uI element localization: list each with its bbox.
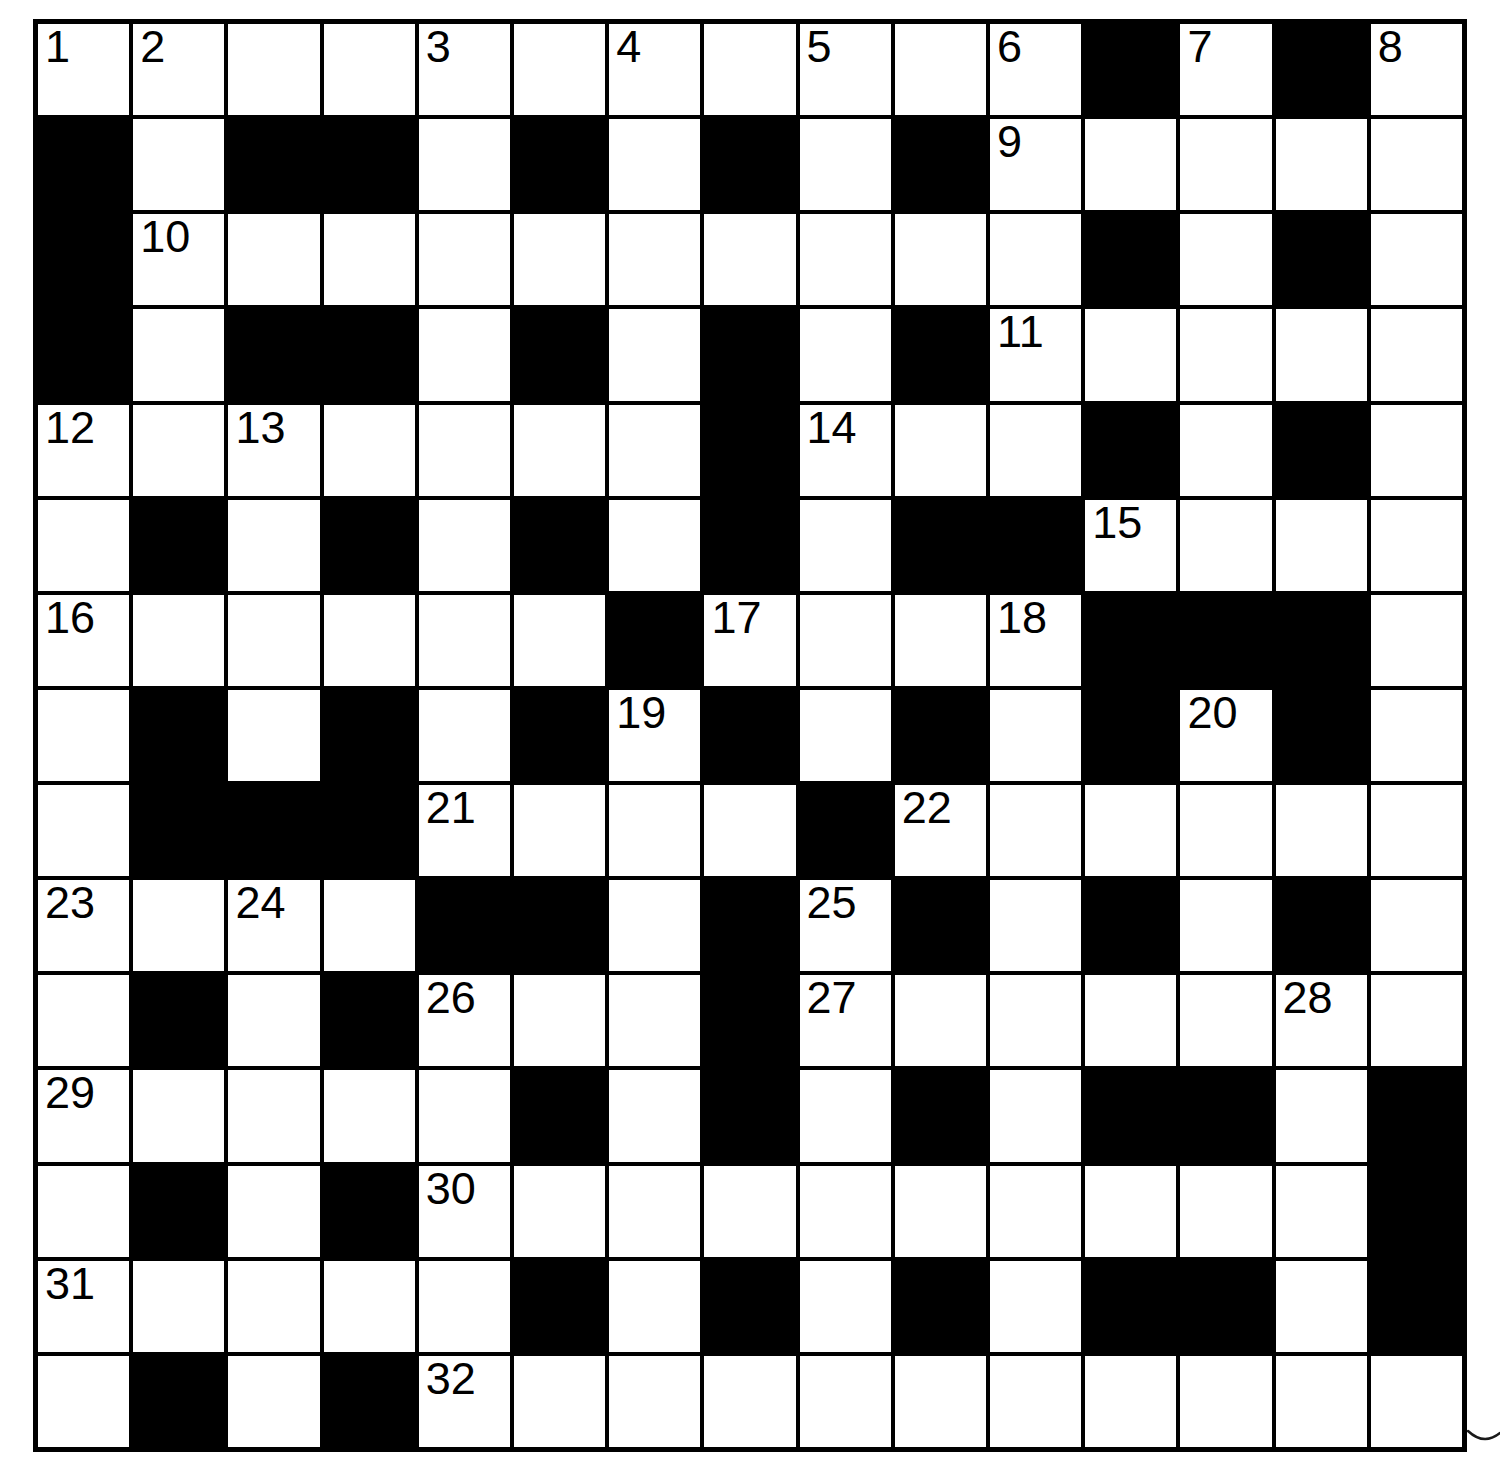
black-cell-r4c10 [895,309,986,400]
black-cell-r10c8 [704,880,795,971]
cell-r15c7[interactable] [609,1356,700,1447]
cell-r1c15[interactable]: 8 [1371,24,1462,115]
cell-r12c4[interactable] [324,1070,415,1161]
cell-r15c11[interactable] [990,1356,1081,1447]
cell-r3c5[interactable] [419,214,510,305]
cell-r11c1[interactable] [38,975,129,1066]
black-cell-r9c9 [800,785,891,876]
black-cell-r1c14 [1276,24,1367,115]
cell-r3c3[interactable] [228,214,319,305]
black-cell-r7c13 [1180,595,1271,686]
cell-r13c5[interactable]: 30 [419,1166,510,1257]
crossword-grid: 1234567891011121314151617181920212223242… [33,19,1467,1452]
cell-r2c13[interactable] [1180,119,1271,210]
cell-r6c14[interactable] [1276,500,1367,591]
cell-r15c1[interactable] [38,1356,129,1447]
cell-r3c8[interactable] [704,214,795,305]
cell-r11c12[interactable] [1085,975,1176,1066]
black-cell-r3c1 [38,214,129,305]
cell-r2c7[interactable] [609,119,700,210]
cell-r13c9[interactable] [800,1166,891,1257]
cell-r15c12[interactable] [1085,1356,1176,1447]
cell-r11c6[interactable] [514,975,605,1066]
cell-r11c7[interactable] [609,975,700,1066]
black-cell-r6c4 [324,500,415,591]
black-cell-r3c12 [1085,214,1176,305]
cell-r2c12[interactable] [1085,119,1176,210]
black-cell-r2c10 [895,119,986,210]
cell-r14c7[interactable] [609,1261,700,1352]
black-cell-r10c14 [1276,880,1367,971]
cell-r10c1[interactable]: 23 [38,880,129,971]
cell-r3c9[interactable] [800,214,891,305]
cell-r12c7[interactable] [609,1070,700,1161]
black-cell-r2c8 [704,119,795,210]
cell-r15c5[interactable]: 32 [419,1356,510,1447]
black-cell-r7c7 [609,595,700,686]
cell-r12c1[interactable]: 29 [38,1070,129,1161]
cell-r15c9[interactable] [800,1356,891,1447]
cell-r7c2[interactable] [133,595,224,686]
cell-r8c13[interactable]: 20 [1180,690,1271,781]
cell-r5c2[interactable] [133,405,224,496]
cell-r7c5[interactable] [419,595,510,686]
black-cell-r3c14 [1276,214,1367,305]
black-cell-r11c8 [704,975,795,1066]
clue-number-13: 13 [235,402,285,454]
cell-r7c11[interactable]: 18 [990,595,1081,686]
cell-r3c6[interactable] [514,214,605,305]
cell-r1c4[interactable] [324,24,415,115]
cell-r15c10[interactable] [895,1356,986,1447]
cell-r10c4[interactable] [324,880,415,971]
cell-r4c7[interactable] [609,309,700,400]
cell-r10c7[interactable] [609,880,700,971]
cell-r1c2[interactable]: 2 [133,24,224,115]
cell-r13c7[interactable] [609,1166,700,1257]
clue-number-22: 22 [902,782,952,834]
black-cell-r2c3 [228,119,319,210]
clue-number-10: 10 [140,211,190,263]
black-cell-r8c14 [1276,690,1367,781]
cell-r7c10[interactable] [895,595,986,686]
cell-r11c3[interactable] [228,975,319,1066]
cell-r5c3[interactable]: 13 [228,405,319,496]
cell-r13c8[interactable] [704,1166,795,1257]
cell-r5c4[interactable] [324,405,415,496]
clue-number-9: 9 [997,116,1022,168]
cell-r14c2[interactable] [133,1261,224,1352]
cell-r13c11[interactable] [990,1166,1081,1257]
cell-r7c8[interactable]: 17 [704,595,795,686]
cell-r5c7[interactable] [609,405,700,496]
cell-r8c1[interactable] [38,690,129,781]
cell-r9c15[interactable] [1371,785,1462,876]
cell-r3c15[interactable] [1371,214,1462,305]
cell-r4c2[interactable] [133,309,224,400]
black-cell-r4c4 [324,309,415,400]
black-cell-r14c8 [704,1261,795,1352]
clue-number-23: 23 [45,877,95,929]
cell-r15c3[interactable] [228,1356,319,1447]
cell-r14c14[interactable] [1276,1261,1367,1352]
black-cell-r4c6 [514,309,605,400]
cell-r5c11[interactable] [990,405,1081,496]
cell-r13c14[interactable] [1276,1166,1367,1257]
black-cell-r8c8 [704,690,795,781]
cell-r8c11[interactable] [990,690,1081,781]
black-cell-r2c1 [38,119,129,210]
cell-r3c7[interactable] [609,214,700,305]
cell-r11c10[interactable] [895,975,986,1066]
cell-r7c3[interactable] [228,595,319,686]
black-cell-r5c12 [1085,405,1176,496]
cell-r1c6[interactable] [514,24,605,115]
black-cell-r7c14 [1276,595,1367,686]
clue-number-15: 15 [1092,497,1142,549]
black-cell-r13c2 [133,1166,224,1257]
cell-r15c15[interactable] [1371,1356,1462,1447]
black-cell-r12c10 [895,1070,986,1161]
cell-r14c3[interactable] [228,1261,319,1352]
black-cell-r6c6 [514,500,605,591]
cell-r10c9[interactable]: 25 [800,880,891,971]
black-cell-r11c4 [324,975,415,1066]
clue-number-17: 17 [711,592,761,644]
cell-r5c10[interactable] [895,405,986,496]
cell-r4c12[interactable] [1085,309,1176,400]
cell-r14c9[interactable] [800,1261,891,1352]
black-cell-r6c11 [990,500,1081,591]
cell-r15c13[interactable] [1180,1356,1271,1447]
cell-r6c1[interactable] [38,500,129,591]
black-cell-r13c4 [324,1166,415,1257]
cell-r11c15[interactable] [1371,975,1462,1066]
cell-r3c2[interactable]: 10 [133,214,224,305]
clue-number-7: 7 [1187,21,1212,73]
black-cell-r12c13 [1180,1070,1271,1161]
cell-r1c3[interactable] [228,24,319,115]
cell-r12c2[interactable] [133,1070,224,1161]
clue-number-20: 20 [1187,687,1237,739]
cell-r6c7[interactable] [609,500,700,591]
clue-number-31: 31 [45,1258,95,1310]
cell-r11c5[interactable]: 26 [419,975,510,1066]
cell-r5c9[interactable]: 14 [800,405,891,496]
clue-number-29: 29 [45,1067,95,1119]
black-cell-r8c10 [895,690,986,781]
black-cell-r8c4 [324,690,415,781]
cell-r5c6[interactable] [514,405,605,496]
cell-r8c3[interactable] [228,690,319,781]
clue-number-12: 12 [45,402,95,454]
cell-r9c11[interactable] [990,785,1081,876]
cell-r15c8[interactable] [704,1356,795,1447]
cell-r2c5[interactable] [419,119,510,210]
cell-r14c5[interactable] [419,1261,510,1352]
cell-r13c13[interactable] [1180,1166,1271,1257]
black-cell-r8c2 [133,690,224,781]
black-cell-r9c2 [133,785,224,876]
cell-r6c15[interactable] [1371,500,1462,591]
cell-r11c11[interactable] [990,975,1081,1066]
cell-r11c9[interactable]: 27 [800,975,891,1066]
black-cell-r14c13 [1180,1261,1271,1352]
cell-r14c4[interactable] [324,1261,415,1352]
cell-r6c13[interactable] [1180,500,1271,591]
black-cell-r11c2 [133,975,224,1066]
clue-number-27: 27 [807,972,857,1024]
cell-r7c15[interactable] [1371,595,1462,686]
cell-r9c12[interactable] [1085,785,1176,876]
black-cell-r10c5 [419,880,510,971]
cell-r10c15[interactable] [1371,880,1462,971]
black-cell-r7c12 [1085,595,1176,686]
cell-r4c9[interactable] [800,309,891,400]
clue-number-21: 21 [426,782,476,834]
cell-r5c1[interactable]: 12 [38,405,129,496]
cell-r1c11[interactable]: 6 [990,24,1081,115]
cell-r1c13[interactable]: 7 [1180,24,1271,115]
cell-r9c10[interactable]: 22 [895,785,986,876]
cell-r1c7[interactable]: 4 [609,24,700,115]
cell-r13c3[interactable] [228,1166,319,1257]
black-cell-r12c8 [704,1070,795,1161]
cell-r13c10[interactable] [895,1166,986,1257]
cell-r9c6[interactable] [514,785,605,876]
cell-r4c13[interactable] [1180,309,1271,400]
cell-r13c1[interactable] [38,1166,129,1257]
black-cell-r8c6 [514,690,605,781]
black-cell-r9c3 [228,785,319,876]
cell-r8c15[interactable] [1371,690,1462,781]
cell-r8c9[interactable] [800,690,891,781]
cell-r1c8[interactable] [704,24,795,115]
black-cell-r2c4 [324,119,415,210]
cell-r1c9[interactable]: 5 [800,24,891,115]
clue-number-28: 28 [1283,972,1333,1024]
black-cell-r4c3 [228,309,319,400]
cell-r9c7[interactable] [609,785,700,876]
black-cell-r13c15 [1371,1166,1462,1257]
cell-r13c6[interactable] [514,1166,605,1257]
clue-number-24: 24 [235,877,285,929]
stray-curve-mark [1467,1427,1500,1445]
cell-r10c2[interactable] [133,880,224,971]
black-cell-r8c12 [1085,690,1176,781]
cell-r7c6[interactable] [514,595,605,686]
black-cell-r12c6 [514,1070,605,1161]
clue-number-26: 26 [426,972,476,1024]
cell-r9c5[interactable]: 21 [419,785,510,876]
cell-r8c5[interactable] [419,690,510,781]
clue-number-14: 14 [807,402,857,454]
cell-r3c4[interactable] [324,214,415,305]
cell-r15c6[interactable] [514,1356,605,1447]
cell-r2c15[interactable] [1371,119,1462,210]
black-cell-r15c4 [324,1356,415,1447]
cell-r14c1[interactable]: 31 [38,1261,129,1352]
cell-r14c11[interactable] [990,1261,1081,1352]
clue-number-16: 16 [45,592,95,644]
clue-number-1: 1 [45,21,70,73]
black-cell-r6c2 [133,500,224,591]
cell-r3c11[interactable] [990,214,1081,305]
black-cell-r5c14 [1276,405,1367,496]
cell-r4c11[interactable]: 11 [990,309,1081,400]
cell-r6c9[interactable] [800,500,891,591]
cell-r1c10[interactable] [895,24,986,115]
cell-r5c13[interactable] [1180,405,1271,496]
black-cell-r10c12 [1085,880,1176,971]
cell-r10c11[interactable] [990,880,1081,971]
cell-r4c15[interactable] [1371,309,1462,400]
black-cell-r6c8 [704,500,795,591]
cell-r2c9[interactable] [800,119,891,210]
black-cell-r12c15 [1371,1070,1462,1161]
cell-r8c7[interactable]: 19 [609,690,700,781]
cell-r5c5[interactable] [419,405,510,496]
cell-r9c13[interactable] [1180,785,1271,876]
cell-r1c5[interactable]: 3 [419,24,510,115]
cell-r6c5[interactable] [419,500,510,591]
cell-r11c13[interactable] [1180,975,1271,1066]
black-cell-r10c10 [895,880,986,971]
cell-r3c10[interactable] [895,214,986,305]
cell-r7c4[interactable] [324,595,415,686]
cell-r2c14[interactable] [1276,119,1367,210]
cell-r15c14[interactable] [1276,1356,1367,1447]
clue-number-6: 6 [997,21,1022,73]
cell-r11c14[interactable]: 28 [1276,975,1367,1066]
cell-r1c1[interactable]: 1 [38,24,129,115]
cell-r12c11[interactable] [990,1070,1081,1161]
black-cell-r10c6 [514,880,605,971]
black-cell-r4c8 [704,309,795,400]
black-cell-r9c4 [324,785,415,876]
cell-r10c13[interactable] [1180,880,1271,971]
cell-r3c13[interactable] [1180,214,1271,305]
black-cell-r2c6 [514,119,605,210]
cell-r9c14[interactable] [1276,785,1367,876]
cell-r6c3[interactable] [228,500,319,591]
clue-number-11: 11 [997,306,1044,358]
cell-r5c15[interactable] [1371,405,1462,496]
clue-number-4: 4 [616,21,641,73]
clue-number-5: 5 [807,21,832,73]
cell-r9c8[interactable] [704,785,795,876]
black-cell-r15c2 [133,1356,224,1447]
clue-number-8: 8 [1378,21,1403,73]
clue-number-18: 18 [997,592,1047,644]
cell-r6c12[interactable]: 15 [1085,500,1176,591]
cell-r12c9[interactable] [800,1070,891,1161]
black-cell-r5c8 [704,405,795,496]
black-cell-r14c15 [1371,1261,1462,1352]
clue-number-3: 3 [426,21,451,73]
black-cell-r14c10 [895,1261,986,1352]
cell-r2c11[interactable]: 9 [990,119,1081,210]
cell-r9c1[interactable] [38,785,129,876]
cell-r12c3[interactable] [228,1070,319,1161]
black-cell-r4c1 [38,309,129,400]
cell-r2c2[interactable] [133,119,224,210]
cell-r4c14[interactable] [1276,309,1367,400]
clue-number-32: 32 [426,1353,476,1405]
black-cell-r12c12 [1085,1070,1176,1161]
black-cell-r1c12 [1085,24,1176,115]
clue-number-19: 19 [616,687,666,739]
black-cell-r6c10 [895,500,986,591]
cell-r13c12[interactable] [1085,1166,1176,1257]
cell-r12c5[interactable] [419,1070,510,1161]
cell-r7c1[interactable]: 16 [38,595,129,686]
cell-r4c5[interactable] [419,309,510,400]
cell-r7c9[interactable] [800,595,891,686]
black-cell-r14c12 [1085,1261,1176,1352]
clue-number-30: 30 [426,1163,476,1215]
cell-r12c14[interactable] [1276,1070,1367,1161]
black-cell-r14c6 [514,1261,605,1352]
clue-number-25: 25 [807,877,857,929]
cell-r10c3[interactable]: 24 [228,880,319,971]
clue-number-2: 2 [140,21,165,73]
